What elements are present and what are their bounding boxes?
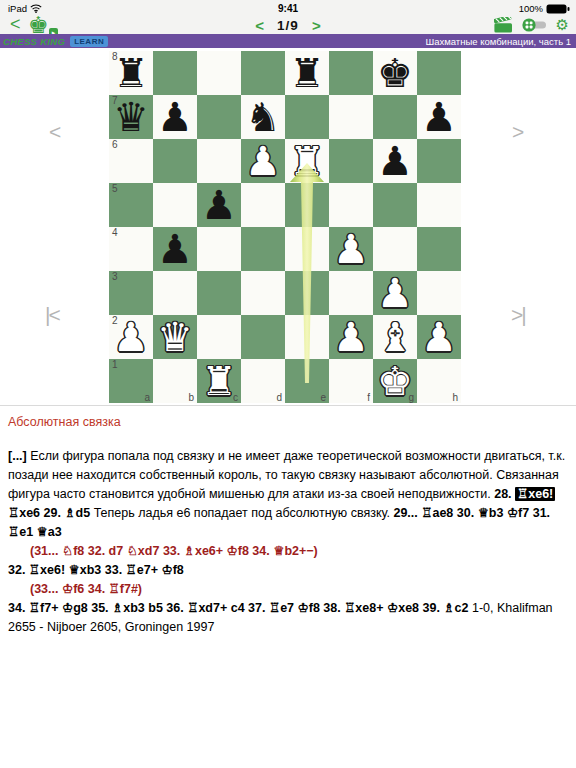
course-title: Шахматные комбинации, часть 1 (426, 36, 571, 47)
piece-white-pawn-h2[interactable]: ♟ (417, 315, 461, 359)
square-e5[interactable] (285, 183, 329, 227)
battery-icon (546, 4, 570, 14)
square-e2[interactable] (285, 315, 329, 359)
piece-black-pawn-b7[interactable]: ♟ (153, 95, 197, 139)
learn-badge: LEARN (70, 36, 108, 47)
square-f7[interactable] (329, 95, 373, 139)
square-d6[interactable]: ♟ (241, 139, 285, 183)
settings-gear-button[interactable]: ⚙ (556, 17, 569, 33)
commentary-text: Теперь ладья e6 попадает под абсолютную … (94, 506, 394, 520)
first-task-chevron[interactable]: |< (45, 304, 59, 326)
piece-white-pawn-f2[interactable]: ♟ (329, 315, 373, 359)
square-b2[interactable]: ♛ (153, 315, 197, 359)
square-a2[interactable]: 2♟ (109, 315, 153, 359)
square-a4[interactable]: 4 (109, 227, 153, 271)
file-label-a: a (144, 392, 150, 403)
square-h3[interactable] (417, 271, 461, 315)
piece-white-bishop-g2[interactable]: ♝ (373, 315, 417, 359)
rank-label-4: 4 (112, 227, 118, 238)
prev-task-chevron[interactable]: < (49, 121, 61, 143)
piece-white-rook-c1[interactable]: ♜ (197, 359, 241, 403)
move-text[interactable]: ♖xe6 29. ♗d5 (8, 506, 94, 520)
square-b1[interactable]: b (153, 359, 197, 403)
toolbar: < ♚ ▸ < 1/9 > (0, 16, 576, 34)
status-bar: iPad 9:41 100% (0, 0, 576, 16)
square-g3[interactable]: ♟ (373, 271, 417, 315)
square-c8[interactable] (197, 51, 241, 95)
square-a8[interactable]: 8♜ (109, 51, 153, 95)
square-e6[interactable]: ♜ (285, 139, 329, 183)
piece-white-rook-e6[interactable]: ♜ (285, 139, 329, 183)
square-g5[interactable] (373, 183, 417, 227)
square-a5[interactable]: 5 (109, 183, 153, 227)
square-d5[interactable] (241, 183, 285, 227)
piece-black-pawn-b4[interactable]: ♟ (153, 227, 197, 271)
square-h5[interactable] (417, 183, 461, 227)
square-d8[interactable] (241, 51, 285, 95)
move-text[interactable]: 28. (494, 487, 515, 501)
square-h8[interactable] (417, 51, 461, 95)
last-task-chevron[interactable]: >| (511, 304, 525, 326)
file-label-e: e (320, 392, 326, 403)
piece-black-rook-a8[interactable]: ♜ (109, 51, 153, 95)
rank-label-3: 3 (112, 271, 118, 282)
piece-white-pawn-a2[interactable]: ♟ (109, 315, 153, 359)
square-a3[interactable]: 3 (109, 271, 153, 315)
toolbar-icons: ⚙ (494, 17, 569, 33)
square-f6[interactable] (329, 139, 373, 183)
square-h2[interactable]: ♟ (417, 315, 461, 359)
app-screen: iPad 9:41 100% < ♚ ▸ < 1/9 > (0, 0, 576, 768)
main-line: 32. ♖xe6! ♕xb3 33. ♖e7+ ♔f8 (8, 561, 570, 580)
square-c2[interactable] (197, 315, 241, 359)
square-e1[interactable]: e (285, 359, 329, 403)
piece-black-queen-a7[interactable]: ♛ (109, 95, 153, 139)
square-h6[interactable] (417, 139, 461, 183)
square-e8[interactable]: ♜ (285, 51, 329, 95)
square-b3[interactable] (153, 271, 197, 315)
lesson-heading: Абсолютная связка (8, 413, 570, 432)
commentary-text: Если фигура попала под связку и не имеет… (8, 449, 565, 501)
brand-logotype: CHESS KING (3, 36, 65, 47)
variation-line: (33... ♔f6 34. ♖f7#) (8, 580, 570, 599)
square-h1[interactable]: h (417, 359, 461, 403)
square-c6[interactable] (197, 139, 241, 183)
file-label-h: h (452, 392, 458, 403)
page-navigation: < 1/9 > (0, 16, 576, 34)
square-h7[interactable]: ♟ (417, 95, 461, 139)
brand-bar: CHESS KING LEARN Шахматные комбинации, ч… (0, 34, 576, 48)
square-f4[interactable]: ♟ (329, 227, 373, 271)
next-page-button[interactable]: > (312, 17, 321, 34)
square-f5[interactable] (329, 183, 373, 227)
square-g4[interactable] (373, 227, 417, 271)
square-g2[interactable]: ♝ (373, 315, 417, 359)
piece-white-pawn-g3[interactable]: ♟ (373, 271, 417, 315)
clock: 9:41 (0, 3, 576, 14)
move-text[interactable]: [...] (8, 449, 30, 463)
move-text[interactable]: (31... ♘f8 32. d7 ♘xd7 33. ♗xe6+ ♔f8 34.… (30, 544, 318, 558)
square-b5[interactable] (153, 183, 197, 227)
file-label-f: f (367, 392, 370, 403)
rank-label-1: 1 (112, 359, 118, 370)
square-c5[interactable]: ♟ (197, 183, 241, 227)
piece-black-rook-e8[interactable]: ♜ (285, 51, 329, 95)
piece-black-knight-d7[interactable]: ♞ (241, 95, 285, 139)
square-f8[interactable] (329, 51, 373, 95)
move-commentary: [...] Если фигура попала под связку и не… (8, 447, 570, 637)
piece-white-queen-b2[interactable]: ♛ (153, 315, 197, 359)
battery-percent: 100% (519, 3, 543, 14)
prev-page-button[interactable]: < (255, 17, 264, 34)
square-a7[interactable]: 7♛ (109, 95, 153, 139)
piece-white-king-g1[interactable]: ♚ (373, 359, 417, 403)
square-g1[interactable]: g♚ (373, 359, 417, 403)
square-b6[interactable] (153, 139, 197, 183)
square-e4[interactable] (285, 227, 329, 271)
square-d1[interactable]: d (241, 359, 285, 403)
next-task-chevron[interactable]: > (512, 121, 524, 143)
status-right: 100% (519, 3, 570, 14)
square-d3[interactable] (241, 271, 285, 315)
page-indicator: 1/9 (277, 18, 299, 33)
square-e7[interactable] (285, 95, 329, 139)
square-c1[interactable]: c♜ (197, 359, 241, 403)
square-c3[interactable] (197, 271, 241, 315)
square-f2[interactable]: ♟ (329, 315, 373, 359)
animation-toggle[interactable] (522, 18, 547, 32)
current-move[interactable]: ♖xe6! (515, 487, 555, 501)
content-divider (0, 405, 576, 406)
square-g6[interactable]: ♟ (373, 139, 417, 183)
square-d2[interactable] (241, 315, 285, 359)
square-b4[interactable]: ♟ (153, 227, 197, 271)
rank-label-5: 5 (112, 183, 118, 194)
piece-black-pawn-c5[interactable]: ♟ (197, 183, 241, 227)
square-g8[interactable]: ♚ (373, 51, 417, 95)
square-d4[interactable] (241, 227, 285, 271)
piece-black-pawn-h7[interactable]: ♟ (417, 95, 461, 139)
chess-board: 8♜♜♚7♛♟♞♟6♟♜♟5♟4♟♟3♟2♟♛♟♝♟1abc♜defg♚h (109, 51, 461, 403)
video-clapper-button[interactable] (494, 17, 513, 33)
square-b8[interactable] (153, 51, 197, 95)
square-c4[interactable] (197, 227, 241, 271)
square-f1[interactable]: f (329, 359, 373, 403)
main-line: 34. ♖f7+ ♔g8 35. ♗xb3 b5 36. ♖xd7+ c4 37… (8, 599, 570, 637)
square-e3[interactable] (285, 271, 329, 315)
variation-line: (31... ♘f8 32. d7 ♘xd7 33. ♗xe6+ ♔f8 34.… (8, 542, 570, 561)
main-line: [...] Если фигура попала под связку и не… (8, 447, 570, 542)
square-g7[interactable] (373, 95, 417, 139)
file-label-d: d (276, 392, 282, 403)
square-f3[interactable] (329, 271, 373, 315)
piece-white-pawn-d6[interactable]: ♟ (241, 139, 285, 183)
square-b7[interactable]: ♟ (153, 95, 197, 139)
square-d7[interactable]: ♞ (241, 95, 285, 139)
file-label-b: b (188, 392, 194, 403)
square-h4[interactable] (417, 227, 461, 271)
move-text[interactable]: 34. ♖f7+ ♔g8 35. ♗xb3 b5 36. ♖xd7+ c4 37… (8, 601, 472, 615)
square-c7[interactable] (197, 95, 241, 139)
move-text[interactable]: 32. ♖xe6! ♕xb3 33. ♖e7+ ♔f8 (8, 563, 184, 577)
square-a1[interactable]: 1a (109, 359, 153, 403)
move-text[interactable]: (33... ♔f6 34. ♖f7#) (30, 582, 142, 596)
lesson-text: Абсолютная связка [...] Если фигура попа… (8, 409, 570, 637)
square-a6[interactable]: 6 (109, 139, 153, 183)
piece-white-pawn-f4[interactable]: ♟ (329, 227, 373, 271)
piece-black-pawn-g6[interactable]: ♟ (373, 139, 417, 183)
rank-label-6: 6 (112, 139, 118, 150)
piece-black-king-g8[interactable]: ♚ (373, 51, 417, 95)
